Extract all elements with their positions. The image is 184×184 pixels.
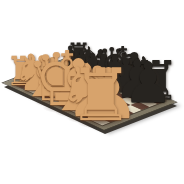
chess-set-product-photo: ♜♞♝♛♚♝♞♜♟♟♟♟♟♟♟♟♟♟♟♟♟♟♟♟♜♞♝♛♚♝♞♜ <box>0 0 184 184</box>
chess-board <box>3 55 176 130</box>
